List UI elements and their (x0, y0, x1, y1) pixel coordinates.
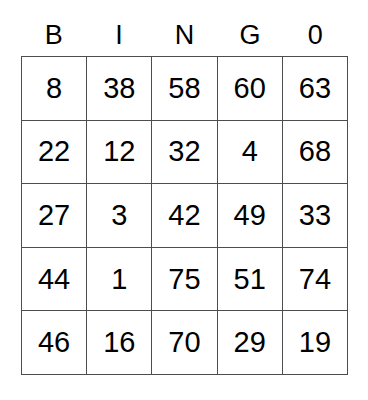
bingo-cell-r4c1[interactable]: 44 (22, 248, 87, 312)
bingo-cell-r4c5[interactable]: 74 (283, 248, 348, 312)
bingo-cell-r3c4[interactable]: 49 (218, 184, 283, 248)
bingo-cell-r3c5[interactable]: 33 (283, 184, 348, 248)
column-letter-n: N (152, 14, 217, 56)
column-letter-i: I (86, 14, 151, 56)
bingo-cell-r2c5[interactable]: 68 (283, 121, 348, 185)
bingo-cell-r4c2[interactable]: 1 (87, 248, 152, 312)
bingo-cell-r2c4[interactable]: 4 (218, 121, 283, 185)
bingo-cell-r1c3[interactable]: 58 (152, 57, 217, 121)
column-letter-b: B (21, 14, 86, 56)
bingo-cell-r2c1[interactable]: 22 (22, 121, 87, 185)
bingo-cell-r3c2[interactable]: 3 (87, 184, 152, 248)
column-letter-g: G (217, 14, 282, 56)
bingo-cell-r4c4[interactable]: 51 (218, 248, 283, 312)
bingo-cell-r1c4[interactable]: 60 (218, 57, 283, 121)
bingo-cell-r4c3[interactable]: 75 (152, 248, 217, 312)
bingo-cell-r2c3[interactable]: 32 (152, 121, 217, 185)
bingo-cell-r5c2[interactable]: 16 (87, 311, 152, 375)
bingo-cell-r3c3[interactable]: 42 (152, 184, 217, 248)
bingo-cell-r5c1[interactable]: 46 (22, 311, 87, 375)
bingo-cell-r1c5[interactable]: 63 (283, 57, 348, 121)
bingo-cell-r1c1[interactable]: 8 (22, 57, 87, 121)
bingo-cell-r5c3[interactable]: 70 (152, 311, 217, 375)
bingo-cell-r5c4[interactable]: 29 (218, 311, 283, 375)
bingo-cell-r5c5[interactable]: 19 (283, 311, 348, 375)
bingo-header: B I N G 0 (21, 14, 348, 56)
bingo-board: 8 38 58 60 63 22 12 32 4 68 27 3 42 49 3… (21, 56, 348, 375)
column-letter-o: 0 (283, 14, 348, 56)
bingo-cell-r2c2[interactable]: 12 (87, 121, 152, 185)
bingo-cell-r3c1[interactable]: 27 (22, 184, 87, 248)
bingo-cell-r1c2[interactable]: 38 (87, 57, 152, 121)
bingo-card: B I N G 0 8 38 58 60 63 22 12 32 4 68 27… (21, 14, 348, 375)
